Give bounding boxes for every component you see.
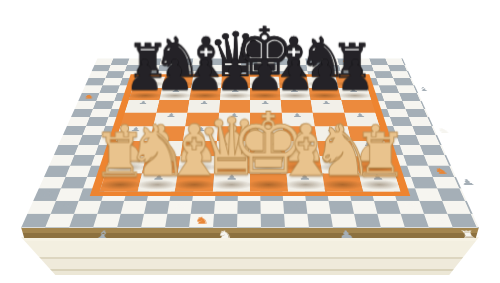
square-h7: ♟♟ xyxy=(338,88,371,100)
border-decor-piece-icon: ♟ xyxy=(98,59,110,64)
square-pawn-print-icon: ♟ xyxy=(137,100,149,105)
square-pawn-print-icon: ♟ xyxy=(321,100,332,105)
border-decor-piece-icon: ♟ xyxy=(287,203,302,212)
playing-area: ♟♜♞♟♝♛♟♚♝♟♞♜♟♟♟♟♟♟♟♟♟♟♟♟♟♟♟♟♟♟♟♟♟♟♟♟♟♟♟♟… xyxy=(90,74,411,196)
border-decor-piece-icon: ♞ xyxy=(436,127,451,134)
border-decor-piece-icon: ♜ xyxy=(397,79,410,84)
chess-set-photo: ♟♜♝♞♟♜♝♞♟♜♝♞♟♜♝♞♟♜♝♞♟♜♝♞♟♜♝♞♟♜♝♞♟♜♟♜♞♟♝♛… xyxy=(0,0,500,283)
chess-board: ♟♜♝♞♟♜♝♞♟♜♝♞♟♜♝♞♟♜♝♞♟♜♝♞♟♜♝♞♟♜♝♞♟♜♟♜♞♟♝♛… xyxy=(21,58,479,228)
border-decor-piece-icon: ♜ xyxy=(429,216,448,226)
square-h1: ♟♜ xyxy=(358,173,400,191)
border-decor-piece-icon: ♟ xyxy=(377,72,389,77)
border-decor-piece-icon: ♟ xyxy=(112,66,124,71)
piece-white-rook: ♜ xyxy=(353,126,407,187)
border-decor-piece-icon: ♝ xyxy=(74,216,92,226)
border-decor-piece-icon: ♟ xyxy=(459,178,477,186)
border-decor-piece-icon: ♞ xyxy=(194,216,210,226)
border-decor-piece-icon: ♝ xyxy=(408,157,424,165)
board-perspective-wrapper: ♟♜♝♞♟♜♝♞♟♜♝♞♟♜♝♞♟♜♝♞♟♜♝♞♟♜♝♞♟♜♝♞♟♜♟♜♞♟♝♛… xyxy=(21,58,479,228)
border-decor-piece-icon: ♞ xyxy=(82,94,96,100)
border-decor-piece-icon: ♝ xyxy=(417,87,431,92)
border-decor-piece-icon: ♞ xyxy=(172,203,188,212)
border-decor-piece-icon: ♞ xyxy=(433,167,450,175)
border-decor-piece-icon: ♝ xyxy=(413,118,428,124)
piece-black-pawn: ♟ xyxy=(336,54,374,96)
border-decor-piece-icon: ♜ xyxy=(38,190,56,199)
border-decor-piece-icon: ♟ xyxy=(97,102,111,108)
border-decor-piece-icon: ♝ xyxy=(56,203,74,212)
border-decor-piece-icon: ♟ xyxy=(63,137,79,144)
wooden-box-side xyxy=(21,237,479,275)
board-edge xyxy=(21,227,479,238)
border-decor-piece-icon: ♟ xyxy=(312,216,328,226)
border-decor-piece-icon: ♜ xyxy=(401,203,419,212)
